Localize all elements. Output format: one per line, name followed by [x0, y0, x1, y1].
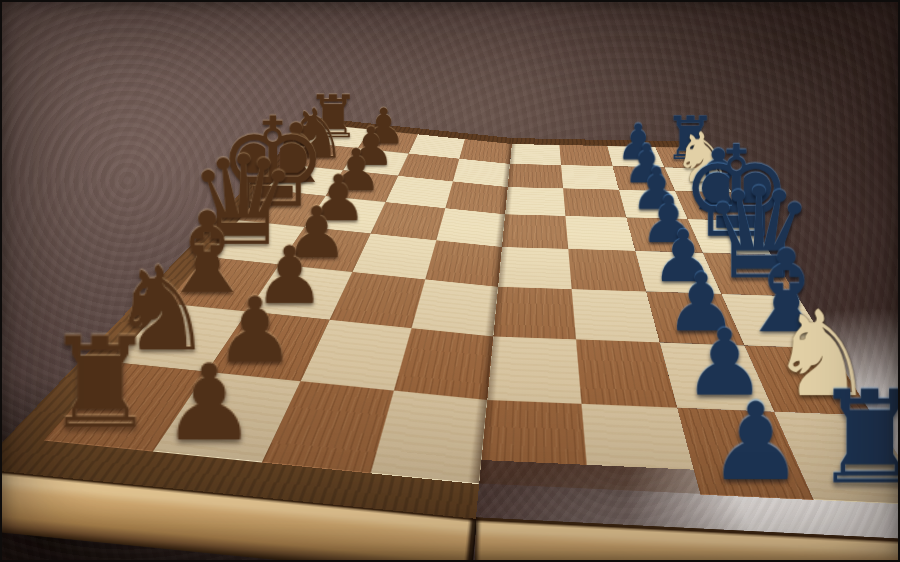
- square-a7[interactable]: ♟: [677, 408, 814, 500]
- square-g5[interactable]: [508, 164, 563, 188]
- square-c4[interactable]: [412, 279, 499, 336]
- chessboard: ♜♟♞♟♝♟♚♟♛♟♝♟♞♟♜♟ ♟♜♟♞♟♝♟♚♟♛♟♝♟♞♟♜: [0, 134, 900, 545]
- perspective-container: ♜♟♞♟♝♟♚♟♛♟♝♟♞♟♜♟ ♟♜♟♞♟♝♟♚♟♛♟♝♟♞♟♜: [2, 2, 898, 560]
- square-e6[interactable]: [565, 216, 635, 251]
- board-side-edge-left: [0, 467, 476, 562]
- board-right-grid: ♟♜♟♞♟♝♟♚♟♛♟♝♟♞♟♜: [479, 144, 900, 505]
- square-f6[interactable]: [563, 188, 626, 217]
- square-f5[interactable]: [505, 187, 565, 216]
- square-g6[interactable]: [561, 165, 619, 190]
- board-left-grid: ♜♟♞♟♝♟♚♟♛♟♝♟♞♟♜♟: [44, 125, 512, 485]
- square-d6[interactable]: [568, 249, 646, 292]
- piece-white-pawn-a2[interactable]: ♟: [162, 354, 257, 454]
- square-f3[interactable]: [386, 176, 453, 208]
- square-b4[interactable]: [394, 328, 493, 400]
- square-d4[interactable]: [425, 240, 502, 287]
- board-half-left: ♜♟♞♟♝♟♚♟♛♟♝♟♞♟♜♟: [0, 118, 512, 519]
- piece-black-pawn-a7[interactable]: ♟: [708, 392, 804, 494]
- square-c5[interactable]: [493, 287, 576, 340]
- square-f4[interactable]: [445, 181, 507, 214]
- piece-black-rook-a8[interactable]: ♜: [812, 377, 900, 499]
- square-a5[interactable]: [479, 400, 589, 489]
- board-half-right: ♟♜♟♞♟♝♟♚♟♛♟♝♟♞♟♜: [476, 138, 900, 545]
- square-e5[interactable]: [502, 214, 568, 249]
- square-c6[interactable]: [572, 289, 660, 342]
- square-h5[interactable]: [510, 144, 561, 165]
- square-h6[interactable]: [559, 145, 612, 166]
- square-d5[interactable]: [498, 247, 572, 289]
- square-e4[interactable]: [436, 208, 505, 247]
- board-side-edge-right: [474, 517, 900, 562]
- square-b5[interactable]: [487, 336, 581, 403]
- chess-set-photo: ♜♟♞♟♝♟♚♟♛♟♝♟♞♟♜♟ ♟♜♟♞♟♝♟♚♟♛♟♝♟♞♟♜: [0, 0, 900, 562]
- piece-white-rook-a1[interactable]: ♜: [44, 324, 156, 443]
- square-e3[interactable]: [371, 202, 446, 240]
